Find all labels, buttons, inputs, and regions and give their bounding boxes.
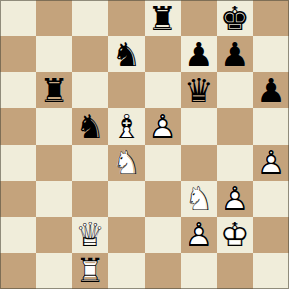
square-d6[interactable] xyxy=(108,72,144,108)
square-a1[interactable] xyxy=(0,253,36,289)
square-a4[interactable] xyxy=(0,145,36,181)
square-c7[interactable] xyxy=(72,36,108,72)
square-b1[interactable] xyxy=(36,253,72,289)
white-knight-outline: ♘ xyxy=(181,181,217,217)
white-queen-outline: ♕ xyxy=(72,217,108,253)
white-pawn[interactable]: ♟♙ xyxy=(217,181,253,217)
square-a2[interactable] xyxy=(0,217,36,253)
square-c4[interactable] xyxy=(72,145,108,181)
square-f8[interactable] xyxy=(181,0,217,36)
square-h7[interactable] xyxy=(253,36,289,72)
square-d5[interactable]: ♝♗ xyxy=(108,108,144,144)
square-h6[interactable]: ♟ xyxy=(253,72,289,108)
white-pawn-outline: ♙ xyxy=(181,217,217,253)
square-c3[interactable] xyxy=(72,181,108,217)
square-e2[interactable] xyxy=(145,217,181,253)
square-d1[interactable] xyxy=(108,253,144,289)
white-knight[interactable]: ♞♘ xyxy=(181,181,217,217)
white-bishop[interactable]: ♝♗ xyxy=(108,108,144,144)
square-c2[interactable]: ♛♕ xyxy=(72,217,108,253)
square-f5[interactable] xyxy=(181,108,217,144)
square-a3[interactable] xyxy=(0,181,36,217)
black-pawn[interactable]: ♟ xyxy=(217,36,253,72)
square-f4[interactable] xyxy=(181,145,217,181)
white-pawn-outline: ♙ xyxy=(217,181,253,217)
square-f7[interactable]: ♟ xyxy=(181,36,217,72)
black-king[interactable]: ♚ xyxy=(217,0,253,36)
square-d4[interactable]: ♞♘ xyxy=(108,145,144,181)
square-e7[interactable] xyxy=(145,36,181,72)
square-e4[interactable] xyxy=(145,145,181,181)
square-d2[interactable] xyxy=(108,217,144,253)
square-f2[interactable]: ♟♙ xyxy=(181,217,217,253)
square-c6[interactable] xyxy=(72,72,108,108)
square-e3[interactable] xyxy=(145,181,181,217)
square-h8[interactable] xyxy=(253,0,289,36)
square-g4[interactable] xyxy=(217,145,253,181)
square-a7[interactable] xyxy=(0,36,36,72)
square-f6[interactable]: ♛ xyxy=(181,72,217,108)
square-f3[interactable]: ♞♘ xyxy=(181,181,217,217)
white-queen[interactable]: ♛♕ xyxy=(72,217,108,253)
white-rook-outline: ♖ xyxy=(72,253,108,289)
white-pawn[interactable]: ♟♙ xyxy=(181,217,217,253)
square-e1[interactable] xyxy=(145,253,181,289)
black-knight[interactable]: ♞ xyxy=(108,36,144,72)
white-pawn-outline: ♙ xyxy=(145,108,181,144)
square-b5[interactable] xyxy=(36,108,72,144)
black-pawn[interactable]: ♟ xyxy=(253,72,289,108)
white-pawn-outline: ♙ xyxy=(253,145,289,181)
chess-board: ♜♚♞♟♟♜♛♟♞♝♗♟♙♞♘♟♙♞♘♟♙♛♕♟♙♚♔♜♖ xyxy=(0,0,289,289)
square-b4[interactable] xyxy=(36,145,72,181)
square-d8[interactable] xyxy=(108,0,144,36)
square-g8[interactable]: ♚ xyxy=(217,0,253,36)
square-a5[interactable] xyxy=(0,108,36,144)
square-a8[interactable] xyxy=(0,0,36,36)
square-e6[interactable] xyxy=(145,72,181,108)
square-h1[interactable] xyxy=(253,253,289,289)
white-knight-outline: ♘ xyxy=(108,145,144,181)
square-g6[interactable] xyxy=(217,72,253,108)
white-king-outline: ♔ xyxy=(217,217,253,253)
square-b6[interactable]: ♜ xyxy=(36,72,72,108)
square-e8[interactable]: ♜ xyxy=(145,0,181,36)
square-a6[interactable] xyxy=(0,72,36,108)
square-c5[interactable]: ♞ xyxy=(72,108,108,144)
square-g7[interactable]: ♟ xyxy=(217,36,253,72)
square-e5[interactable]: ♟♙ xyxy=(145,108,181,144)
black-rook[interactable]: ♜ xyxy=(36,72,72,108)
square-b2[interactable] xyxy=(36,217,72,253)
square-b3[interactable] xyxy=(36,181,72,217)
white-knight[interactable]: ♞♘ xyxy=(108,145,144,181)
square-c1[interactable]: ♜♖ xyxy=(72,253,108,289)
square-c8[interactable] xyxy=(72,0,108,36)
square-g3[interactable]: ♟♙ xyxy=(217,181,253,217)
square-g1[interactable] xyxy=(217,253,253,289)
black-pawn[interactable]: ♟ xyxy=(181,36,217,72)
black-queen[interactable]: ♛ xyxy=(181,72,217,108)
black-rook[interactable]: ♜ xyxy=(145,0,181,36)
square-b7[interactable] xyxy=(36,36,72,72)
square-h4[interactable]: ♟♙ xyxy=(253,145,289,181)
square-d7[interactable]: ♞ xyxy=(108,36,144,72)
square-b8[interactable] xyxy=(36,0,72,36)
white-rook[interactable]: ♜♖ xyxy=(72,253,108,289)
square-g2[interactable]: ♚♔ xyxy=(217,217,253,253)
square-f1[interactable] xyxy=(181,253,217,289)
square-d3[interactable] xyxy=(108,181,144,217)
square-h2[interactable] xyxy=(253,217,289,253)
white-pawn[interactable]: ♟♙ xyxy=(145,108,181,144)
square-h5[interactable] xyxy=(253,108,289,144)
white-pawn[interactable]: ♟♙ xyxy=(253,145,289,181)
white-king[interactable]: ♚♔ xyxy=(217,217,253,253)
square-h3[interactable] xyxy=(253,181,289,217)
black-knight[interactable]: ♞ xyxy=(72,108,108,144)
square-g5[interactable] xyxy=(217,108,253,144)
white-bishop-outline: ♗ xyxy=(108,108,144,144)
